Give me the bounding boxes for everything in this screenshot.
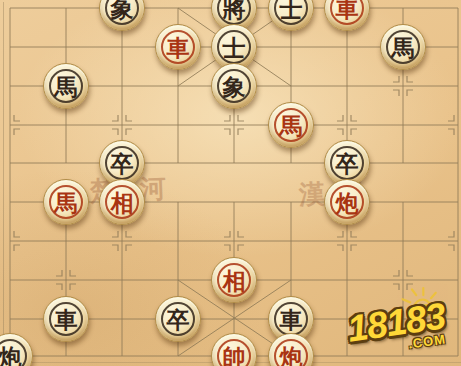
piece-black-象[interactable]: 象	[211, 63, 257, 109]
piece-glyph: 相	[111, 191, 134, 214]
piece-glyph: 車	[167, 36, 190, 59]
piece-red-車[interactable]: 車	[324, 0, 370, 31]
piece-glyph: 象	[223, 75, 246, 98]
piece-glyph: 車	[280, 308, 303, 331]
piece-black-馬[interactable]: 馬	[380, 24, 426, 70]
watermark-18183-logo: 18183 .COM	[346, 280, 461, 366]
piece-red-炮[interactable]: 炮	[324, 179, 370, 225]
piece-glyph: 士	[280, 0, 303, 20]
piece-red-馬[interactable]: 馬	[43, 179, 89, 225]
piece-glyph: 馬	[280, 114, 303, 137]
piece-glyph: 炮	[280, 345, 303, 366]
piece-glyph: 車	[55, 308, 78, 331]
piece-glyph: 炮	[336, 191, 359, 214]
piece-glyph: 士	[223, 36, 246, 59]
piece-glyph: 象	[111, 0, 134, 20]
piece-red-炮[interactable]: 炮	[268, 333, 314, 366]
piece-black-炮[interactable]: 炮	[0, 333, 33, 366]
piece-red-相[interactable]: 相	[99, 179, 145, 225]
piece-glyph: 卒	[111, 152, 134, 175]
piece-black-象[interactable]: 象	[99, 0, 145, 31]
piece-black-士[interactable]: 士	[268, 0, 314, 31]
piece-glyph: 馬	[55, 191, 78, 214]
piece-red-帥[interactable]: 帥	[211, 333, 257, 366]
piece-glyph: 炮	[0, 345, 22, 366]
piece-red-馬[interactable]: 馬	[268, 102, 314, 148]
piece-glyph: 卒	[336, 152, 359, 175]
watermark-tilt-wrap: 18183 .COM	[345, 297, 449, 359]
piece-black-卒[interactable]: 卒	[155, 296, 201, 342]
piece-glyph: 將	[223, 0, 246, 20]
piece-glyph: 馬	[392, 36, 415, 59]
piece-glyph: 馬	[55, 75, 78, 98]
piece-black-車[interactable]: 車	[43, 296, 89, 342]
piece-glyph: 相	[223, 269, 246, 292]
piece-red-相[interactable]: 相	[211, 257, 257, 303]
xiangqi-board-screenshot: 楚河 漢界 象將士車車士馬馬象馬卒卒馬相炮相車卒車炮帥炮 18183 .COM	[0, 0, 461, 366]
piece-glyph: 卒	[167, 308, 190, 331]
piece-black-馬[interactable]: 馬	[43, 63, 89, 109]
piece-red-車[interactable]: 車	[155, 24, 201, 70]
piece-glyph: 車	[336, 0, 359, 20]
piece-glyph: 帥	[223, 345, 246, 366]
